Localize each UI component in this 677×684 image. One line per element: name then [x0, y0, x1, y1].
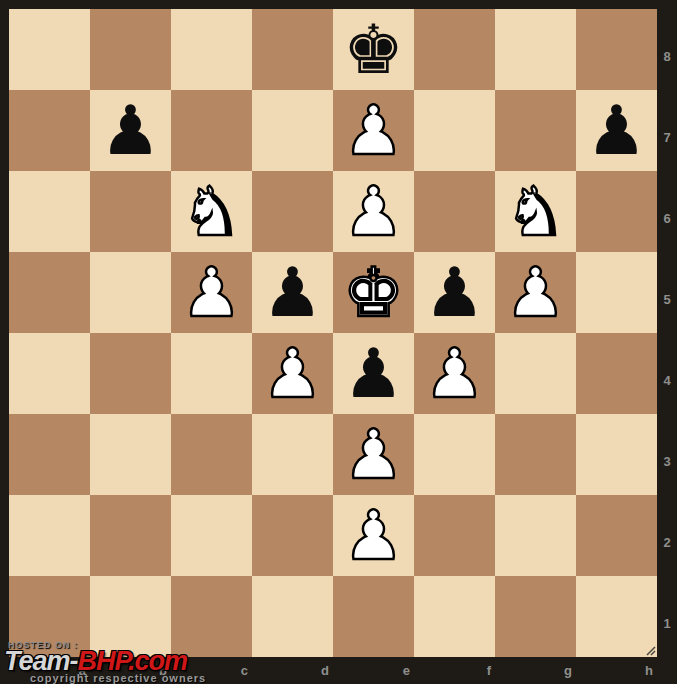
- piece-black-pawn[interactable]: ♟: [100, 90, 161, 171]
- piece-white-pawn[interactable]: ♟: [262, 333, 323, 414]
- square-d4[interactable]: ♟: [252, 333, 333, 414]
- file-label-a: a: [9, 657, 90, 684]
- piece-white-king[interactable]: ♚: [343, 252, 404, 333]
- square-a7[interactable]: [9, 90, 90, 171]
- file-label-g: g: [495, 657, 576, 684]
- piece-black-pawn[interactable]: ♟: [262, 252, 323, 333]
- file-label-d: d: [252, 657, 333, 684]
- resize-handle-icon[interactable]: [644, 644, 657, 657]
- rank-label-8: 8: [657, 9, 677, 90]
- square-d2[interactable]: [252, 495, 333, 576]
- square-g1[interactable]: [495, 576, 576, 657]
- file-labels: abcdefgh: [9, 657, 657, 684]
- square-c5[interactable]: ♟: [171, 252, 252, 333]
- piece-white-pawn[interactable]: ♟: [343, 171, 404, 252]
- square-f3[interactable]: [414, 414, 495, 495]
- square-g4[interactable]: [495, 333, 576, 414]
- file-label-b: b: [90, 657, 171, 684]
- square-g7[interactable]: [495, 90, 576, 171]
- square-c6[interactable]: ♞: [171, 171, 252, 252]
- square-c7[interactable]: [171, 90, 252, 171]
- rank-label-5: 5: [657, 252, 677, 333]
- square-b6[interactable]: [90, 171, 171, 252]
- square-f4[interactable]: ♟: [414, 333, 495, 414]
- square-c1[interactable]: [171, 576, 252, 657]
- square-d1[interactable]: [252, 576, 333, 657]
- square-h4[interactable]: [576, 333, 657, 414]
- square-a4[interactable]: [9, 333, 90, 414]
- square-b5[interactable]: [90, 252, 171, 333]
- piece-white-pawn[interactable]: ♟: [343, 495, 404, 576]
- square-h6[interactable]: [576, 171, 657, 252]
- piece-black-pawn[interactable]: ♟: [343, 333, 404, 414]
- square-d5[interactable]: ♟: [252, 252, 333, 333]
- square-b2[interactable]: [90, 495, 171, 576]
- square-f8[interactable]: [414, 9, 495, 90]
- square-e6[interactable]: ♟: [333, 171, 414, 252]
- square-b4[interactable]: [90, 333, 171, 414]
- square-e4[interactable]: ♟: [333, 333, 414, 414]
- square-a1[interactable]: [9, 576, 90, 657]
- rank-label-4: 4: [657, 333, 677, 414]
- file-label-f: f: [414, 657, 495, 684]
- rank-label-2: 2: [657, 495, 677, 576]
- square-b3[interactable]: [90, 414, 171, 495]
- piece-white-pawn[interactable]: ♟: [343, 414, 404, 495]
- square-b1[interactable]: [90, 576, 171, 657]
- rank-label-7: 7: [657, 90, 677, 171]
- square-d3[interactable]: [252, 414, 333, 495]
- square-d8[interactable]: [252, 9, 333, 90]
- file-label-h: h: [576, 657, 657, 684]
- square-f5[interactable]: ♟: [414, 252, 495, 333]
- piece-white-pawn[interactable]: ♟: [181, 252, 242, 333]
- square-d7[interactable]: [252, 90, 333, 171]
- file-label-c: c: [171, 657, 252, 684]
- square-h5[interactable]: [576, 252, 657, 333]
- square-a8[interactable]: [9, 9, 90, 90]
- square-h2[interactable]: [576, 495, 657, 576]
- square-g5[interactable]: ♟: [495, 252, 576, 333]
- piece-white-pawn[interactable]: ♟: [505, 252, 566, 333]
- piece-black-pawn[interactable]: ♟: [586, 90, 647, 171]
- chess-board-frame: ♚♟♟♟♞♟♞♟♟♚♟♟♟♟♟♟♟ 87654321 abcdefgh HOST…: [0, 0, 677, 684]
- file-label-e: e: [333, 657, 414, 684]
- square-b8[interactable]: [90, 9, 171, 90]
- square-a6[interactable]: [9, 171, 90, 252]
- square-a3[interactable]: [9, 414, 90, 495]
- square-e8[interactable]: ♚: [333, 9, 414, 90]
- square-f2[interactable]: [414, 495, 495, 576]
- piece-black-pawn[interactable]: ♟: [424, 252, 485, 333]
- square-g2[interactable]: [495, 495, 576, 576]
- square-f7[interactable]: [414, 90, 495, 171]
- square-h8[interactable]: [576, 9, 657, 90]
- rank-label-6: 6: [657, 171, 677, 252]
- square-h3[interactable]: [576, 414, 657, 495]
- piece-white-knight[interactable]: ♞: [505, 171, 566, 252]
- piece-white-pawn[interactable]: ♟: [424, 333, 485, 414]
- piece-black-king[interactable]: ♚: [343, 9, 404, 90]
- rank-labels: 87654321: [657, 9, 677, 657]
- piece-white-knight[interactable]: ♞: [181, 171, 242, 252]
- square-c2[interactable]: [171, 495, 252, 576]
- square-b7[interactable]: ♟: [90, 90, 171, 171]
- rank-label-3: 3: [657, 414, 677, 495]
- square-g3[interactable]: [495, 414, 576, 495]
- square-e7[interactable]: ♟: [333, 90, 414, 171]
- square-e2[interactable]: ♟: [333, 495, 414, 576]
- chess-board: ♚♟♟♟♞♟♞♟♟♚♟♟♟♟♟♟♟: [9, 9, 657, 657]
- square-a5[interactable]: [9, 252, 90, 333]
- square-c4[interactable]: [171, 333, 252, 414]
- square-f6[interactable]: [414, 171, 495, 252]
- square-a2[interactable]: [9, 495, 90, 576]
- square-e3[interactable]: ♟: [333, 414, 414, 495]
- square-h7[interactable]: ♟: [576, 90, 657, 171]
- square-e5[interactable]: ♚: [333, 252, 414, 333]
- square-g8[interactable]: [495, 9, 576, 90]
- square-c8[interactable]: [171, 9, 252, 90]
- square-d6[interactable]: [252, 171, 333, 252]
- square-e1[interactable]: [333, 576, 414, 657]
- rank-label-1: 1: [657, 576, 677, 657]
- square-g6[interactable]: ♞: [495, 171, 576, 252]
- square-f1[interactable]: [414, 576, 495, 657]
- piece-white-pawn[interactable]: ♟: [343, 90, 404, 171]
- square-c3[interactable]: [171, 414, 252, 495]
